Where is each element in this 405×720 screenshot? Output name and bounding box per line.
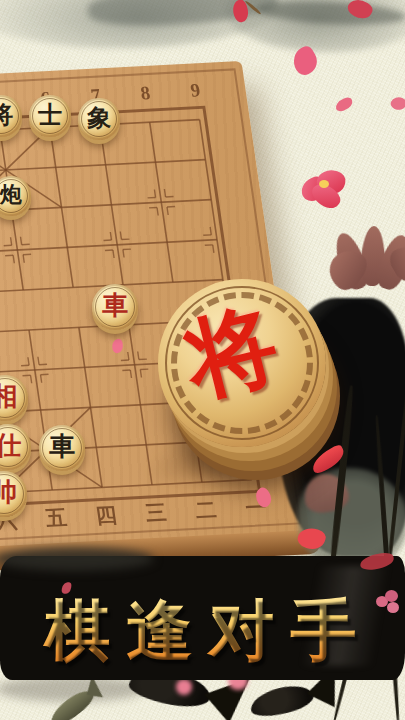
piece-character: 象 — [87, 106, 111, 130]
piece-character: 士 — [38, 103, 62, 127]
file-label-bottom: 二 — [193, 496, 218, 525]
splash-title: 棋逢对手 — [0, 586, 405, 676]
piece-character: 炮 — [0, 184, 22, 206]
piece-character: 車 — [102, 293, 128, 319]
piece-character: 帅 — [0, 480, 17, 506]
piece-character: 車 — [49, 434, 75, 460]
piece-character: 相 — [0, 384, 18, 410]
piece-character: 将 — [0, 103, 13, 127]
file-label-bottom: 五 — [44, 503, 69, 532]
falling-petal — [334, 96, 355, 113]
red-blossom — [301, 168, 347, 210]
piece-giant-red-general: 将 — [158, 279, 326, 447]
piece-black-advisor: 士 — [29, 95, 71, 137]
pink-blossom-on-branch — [376, 590, 402, 616]
file-label-bottom: 四 — [94, 501, 119, 530]
piece-black-elephant: 象 — [78, 98, 120, 140]
piece-red-chariot: 車 — [92, 284, 138, 330]
splash-screen[interactable]: 123456789九八七六五四三二一 将 棋逢对手 — [0, 0, 405, 720]
file-label-bottom: 三 — [144, 498, 169, 527]
piece-character: 仕 — [0, 433, 21, 459]
falling-petal — [389, 94, 405, 112]
piece-black-chariot: 車 — [39, 425, 85, 471]
pink-blossom-blob — [176, 679, 192, 695]
